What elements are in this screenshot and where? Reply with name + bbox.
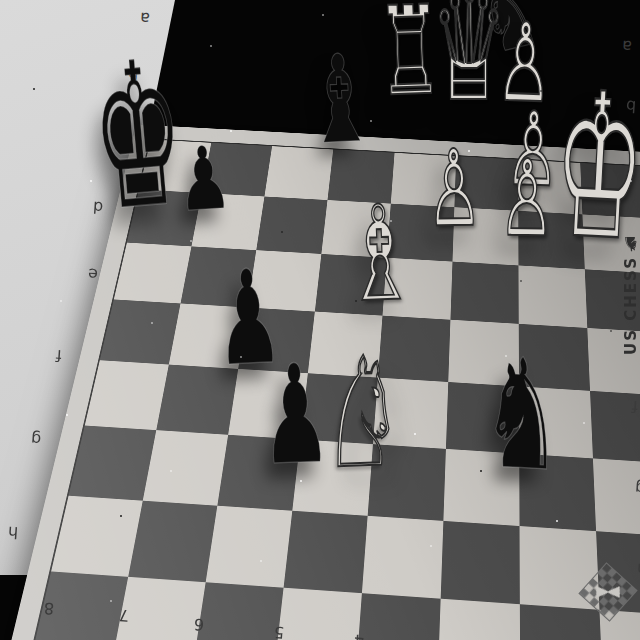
square-e8[interactable]: [85, 360, 169, 430]
rank-label-8: 8: [43, 600, 54, 617]
square-g8[interactable]: [51, 496, 143, 577]
piece-black-pawn-d7[interactable]: ♟: [174, 133, 234, 224]
square-g6[interactable]: [206, 506, 293, 588]
file-right-label-f: f: [631, 398, 638, 414]
square-g3[interactable]: [441, 521, 520, 604]
file-right-label-h: h: [636, 561, 640, 578]
square-f8[interactable]: [69, 425, 157, 500]
rank-label-6: 6: [193, 616, 204, 633]
file-right-label-g: g: [634, 480, 640, 497]
file-label-h: h: [7, 524, 18, 541]
square-h3[interactable]: [438, 599, 520, 640]
square-h5[interactable]: [274, 588, 362, 640]
piece-white-bishop-e4[interactable]: ♗: [341, 188, 419, 322]
photo-noise-speck: [210, 45, 212, 47]
square-g7[interactable]: [128, 501, 217, 583]
file-label-e: e: [87, 266, 98, 283]
rank-label-4: 4: [353, 632, 364, 640]
square-f1[interactable]: [593, 458, 640, 536]
square-g4[interactable]: [362, 516, 443, 599]
file-label-g: g: [30, 431, 41, 448]
photo-noise-speck: [322, 14, 324, 16]
piece-white-pawn-d3[interactable]: ♙: [425, 136, 482, 242]
square-g5[interactable]: [284, 511, 368, 593]
square-f7[interactable]: [143, 430, 228, 506]
piece-black-bishop-c4[interactable]: ♝: [302, 37, 378, 161]
piece-white-pawn-d2[interactable]: ♙: [498, 146, 555, 252]
square-h6[interactable]: [193, 582, 284, 640]
square-h4[interactable]: [356, 593, 441, 640]
square-d8[interactable]: [100, 299, 181, 364]
file-label-f: f: [55, 347, 62, 363]
rank-label-5: 5: [273, 624, 284, 640]
rank-label-7: 7: [118, 607, 129, 624]
piece-white-king-d1[interactable]: ♔: [549, 66, 640, 270]
square-c3[interactable]: [450, 262, 518, 324]
piece-black-knight-g2[interactable]: ♞: [478, 338, 568, 494]
square-h2[interactable]: [520, 604, 603, 640]
piece-white-knight-g4[interactable]: ♘: [318, 337, 406, 492]
